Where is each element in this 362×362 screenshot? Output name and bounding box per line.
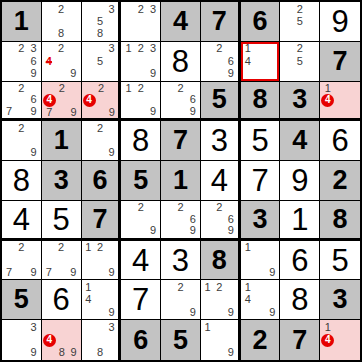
pencil-marks: 2479 <box>43 83 80 118</box>
candidate-2: 2 <box>213 281 225 293</box>
solved-digit: 4 <box>211 165 228 196</box>
given-digit: 7 <box>92 206 107 233</box>
candidate-9: 9 <box>68 107 80 118</box>
pencil-marks: 14 <box>321 83 359 118</box>
candidate-1: 1 <box>242 242 254 254</box>
pencil-marks: 29 <box>162 281 199 318</box>
candidate-7: 7 <box>43 107 56 118</box>
cell-r8c9[interactable]: 3 <box>320 280 360 320</box>
cell-r5c3[interactable]: 6 <box>82 161 122 201</box>
given-digit: 6 <box>92 167 107 194</box>
candidate-3: 3 <box>28 321 40 334</box>
candidate-9: 9 <box>28 346 40 359</box>
cell-r1c8[interactable]: 25 <box>280 2 320 42</box>
given-digit: 6 <box>253 8 268 35</box>
given-digit: 1 <box>14 8 29 35</box>
circled-candidate-4: 4 <box>43 94 56 107</box>
pencil-marks: 19 <box>202 321 237 359</box>
candidate-5: 5 <box>94 15 106 27</box>
circled-candidate-4: 4 <box>43 334 56 347</box>
solved-digit: 8 <box>172 46 189 77</box>
circled-candidate-4: 4 <box>83 94 96 107</box>
candidate-8: 8 <box>56 347 68 359</box>
candidate-1: 1 <box>321 83 334 94</box>
pencil-marks: 19 <box>242 242 279 279</box>
given-digit: 7 <box>212 8 227 35</box>
cell-r7c2[interactable]: 279 <box>42 241 82 281</box>
circled-candidate-4: 4 <box>321 94 334 107</box>
solved-digit: 3 <box>172 245 189 276</box>
given-digit: 2 <box>333 167 348 194</box>
candidate-3: 3 <box>28 43 40 55</box>
cell-r6c7[interactable]: 3 <box>241 201 281 241</box>
candidate-4: 4 <box>242 55 254 67</box>
cell-r5c5[interactable]: 1 <box>161 161 201 201</box>
cell-r4c6[interactable]: 3 <box>201 121 241 161</box>
cell-r8c3[interactable]: 149 <box>82 280 122 320</box>
given-digit: 5 <box>133 167 148 194</box>
pencil-marks: 2369 <box>3 43 40 80</box>
cell-r3c4[interactable]: 129 <box>121 82 161 122</box>
pencil-marks: 25 <box>281 43 318 80</box>
cell-r1c7[interactable]: 6 <box>241 2 281 42</box>
cell-r1c3[interactable]: 358 <box>82 2 122 42</box>
pencil-marks: 129 <box>122 83 159 118</box>
solved-digit: 6 <box>291 245 308 276</box>
cell-r7c6[interactable]: 8 <box>201 241 241 281</box>
given-digit: 6 <box>133 327 148 354</box>
cell-r2c2[interactable]: 249 <box>42 42 82 82</box>
candidate-9: 9 <box>106 107 117 118</box>
pencil-marks: 249 <box>43 43 80 80</box>
candidate-9: 9 <box>187 106 199 118</box>
cell-r5c1[interactable]: 8 <box>2 161 42 201</box>
cell-r6c1[interactable]: 4 <box>2 201 42 241</box>
cell-r7c3[interactable]: 129 <box>82 241 122 281</box>
candidate-3: 3 <box>147 43 159 55</box>
cell-r7c9[interactable]: 5 <box>320 241 360 281</box>
candidate-2: 2 <box>294 3 306 15</box>
pencil-marks: 269 <box>202 43 237 80</box>
candidate-9: 9 <box>68 347 80 359</box>
candidate-9: 9 <box>106 306 118 318</box>
cell-r5c7[interactable]: 7 <box>241 161 281 201</box>
candidate-8: 8 <box>94 346 106 359</box>
candidate-9: 9 <box>147 67 159 79</box>
pencil-marks: 129 <box>202 281 237 318</box>
cell-r6c3[interactable]: 7 <box>82 201 122 241</box>
given-digit: 1 <box>173 167 188 194</box>
given-digit: 8 <box>333 206 348 233</box>
cell-r2c8[interactable]: 25 <box>280 42 320 82</box>
candidate-9: 9 <box>187 306 199 318</box>
cell-r2c7[interactable]: 14 <box>241 42 281 82</box>
cell-r7c5[interactable]: 3 <box>161 241 201 281</box>
pencil-marks: 2679 <box>3 83 40 118</box>
candidate-7: 7 <box>3 106 15 118</box>
candidate-2: 2 <box>174 83 186 95</box>
cell-r6c5[interactable]: 269 <box>161 201 201 241</box>
pencil-marks: 489 <box>43 321 80 359</box>
pencil-marks: 129 <box>83 242 118 279</box>
given-digit: 3 <box>292 86 307 113</box>
candidate-2: 2 <box>135 202 147 214</box>
cell-r9c1[interactable]: 39 <box>2 320 42 360</box>
candidate-slot-4: 4 <box>321 334 334 347</box>
cell-r5c6[interactable]: 4 <box>201 161 241 201</box>
given-digit: 1 <box>54 127 69 154</box>
candidate-9: 9 <box>147 225 159 237</box>
candidate-1: 1 <box>83 281 95 293</box>
pencil-marks: 14 <box>242 43 279 80</box>
candidate-1: 1 <box>122 43 134 55</box>
cell-r1c4[interactable]: 23 <box>121 2 161 42</box>
candidate-slot-4: 4 <box>43 94 56 107</box>
candidate-9: 9 <box>147 106 159 118</box>
given-digit: 2 <box>253 327 268 354</box>
cell-r3c1[interactable]: 2679 <box>2 82 42 122</box>
given-digit: 8 <box>212 247 227 274</box>
solved-digit: 8 <box>13 165 30 196</box>
cell-r5c2[interactable]: 3 <box>42 161 82 201</box>
cell-r8c1[interactable]: 5 <box>2 280 42 320</box>
solved-digit: 9 <box>291 165 308 196</box>
cell-r6c8[interactable]: 1 <box>280 201 320 241</box>
given-digit: 3 <box>253 206 268 233</box>
candidate-9: 9 <box>266 306 278 318</box>
cell-r7c4[interactable]: 4 <box>121 241 161 281</box>
candidate-6: 6 <box>187 94 199 106</box>
given-digit: 3 <box>333 286 348 313</box>
pencil-marks: 279 <box>3 242 40 279</box>
cell-r7c8[interactable]: 6 <box>280 241 320 281</box>
cell-r3c6[interactable]: 5 <box>201 82 241 122</box>
candidate-2: 2 <box>213 43 225 55</box>
cell-r9c2[interactable]: 489 <box>42 320 82 360</box>
candidate-2: 2 <box>55 3 67 15</box>
candidate-2: 2 <box>174 281 186 293</box>
cell-r2c1[interactable]: 2369 <box>2 42 42 82</box>
cell-r9c5[interactable]: 5 <box>161 320 201 360</box>
candidate-6: 6 <box>187 213 199 225</box>
candidate-2: 2 <box>15 43 27 55</box>
candidate-9: 9 <box>106 266 118 278</box>
pencil-marks: 249 <box>83 83 118 118</box>
cell-r9c6[interactable]: 19 <box>201 320 241 360</box>
given-digit: 4 <box>292 127 307 154</box>
given-digit: 7 <box>292 327 307 354</box>
pencil-marks: 279 <box>43 242 80 279</box>
candidate-9: 9 <box>225 306 237 318</box>
candidate-4: 4 <box>242 294 254 306</box>
cell-r2c5[interactable]: 8 <box>161 42 201 82</box>
cell-r4c9[interactable]: 6 <box>320 121 360 161</box>
pencil-marks: 358 <box>83 3 118 40</box>
candidate-2: 2 <box>96 83 107 94</box>
sudoku-board: 1283582347625923692493512398269142572679… <box>0 0 362 362</box>
solved-digit: 6 <box>53 284 70 315</box>
cell-r1c6[interactable]: 7 <box>201 2 241 42</box>
pencil-marks: 39 <box>3 321 40 359</box>
candidate-3: 3 <box>106 321 118 334</box>
solved-digit: 1 <box>291 204 308 235</box>
solved-digit: 4 <box>132 245 149 276</box>
cell-r4c1[interactable]: 29 <box>2 121 42 161</box>
pencil-marks: 29 <box>3 122 40 159</box>
cell-r2c3[interactable]: 35 <box>82 42 122 82</box>
solved-digit: 7 <box>132 284 149 315</box>
candidate-2: 2 <box>213 202 225 214</box>
cell-r2c6[interactable]: 269 <box>201 42 241 82</box>
pencil-marks: 35 <box>83 43 118 80</box>
cell-r7c7[interactable]: 19 <box>241 241 281 281</box>
pencil-marks: 269 <box>162 83 199 118</box>
candidate-7: 7 <box>43 266 55 278</box>
cell-r5c8[interactable]: 9 <box>280 161 320 201</box>
cell-r3c3[interactable]: 249 <box>82 82 122 122</box>
candidate-4: 4 <box>83 294 95 306</box>
cell-r3c2[interactable]: 2479 <box>42 82 82 122</box>
candidate-9: 9 <box>67 67 79 79</box>
cell-r7c1[interactable]: 279 <box>2 241 42 281</box>
candidate-1: 1 <box>242 43 254 55</box>
cell-r2c9[interactable]: 7 <box>320 42 360 82</box>
cell-r9c3[interactable]: 38 <box>82 320 122 360</box>
pencil-marks: 149 <box>83 281 118 318</box>
pencil-marks: 29 <box>122 202 159 237</box>
cell-r6c4[interactable]: 29 <box>121 201 161 241</box>
solved-digit: 9 <box>331 6 348 37</box>
candidate-3: 3 <box>106 3 118 15</box>
candidate-8: 8 <box>94 28 106 40</box>
cell-r1c5[interactable]: 4 <box>161 2 201 42</box>
candidate-2: 2 <box>55 43 67 55</box>
pencil-marks: 38 <box>83 321 118 359</box>
candidate-9: 9 <box>28 67 40 79</box>
candidate-slot-4: 4 <box>321 94 334 107</box>
cell-r4c8[interactable]: 4 <box>280 121 320 161</box>
cell-r9c9[interactable]: 14 <box>320 320 360 360</box>
candidate-9: 9 <box>67 266 79 278</box>
given-digit: 7 <box>333 48 348 75</box>
solved-digit: 7 <box>251 165 268 196</box>
candidate-7: 7 <box>3 266 15 278</box>
cell-r8c7[interactable]: 149 <box>241 280 281 320</box>
cell-r4c7[interactable]: 5 <box>241 121 281 161</box>
given-digit: 5 <box>14 286 29 313</box>
candidate-9: 9 <box>28 266 40 278</box>
pencil-marks: 29 <box>83 122 118 159</box>
candidate-9: 9 <box>266 266 278 278</box>
candidate-2: 2 <box>174 202 186 214</box>
candidate-2: 2 <box>94 122 106 134</box>
candidate-6: 6 <box>28 94 40 106</box>
candidate-5: 5 <box>294 15 306 27</box>
cell-r8c5[interactable]: 29 <box>161 280 201 320</box>
cell-r4c4[interactable]: 8 <box>121 121 161 161</box>
solved-digit: 6 <box>331 125 348 156</box>
candidate-1: 1 <box>202 321 214 334</box>
solved-digit: 5 <box>53 204 70 235</box>
given-digit: 7 <box>173 127 188 154</box>
cell-r9c8[interactable]: 7 <box>280 320 320 360</box>
cell-r8c8[interactable]: 8 <box>280 280 320 320</box>
candidate-9: 9 <box>28 106 40 118</box>
cell-r6c9[interactable]: 8 <box>320 201 360 241</box>
candidate-6: 6 <box>225 213 237 225</box>
solved-digit: 3 <box>211 125 228 156</box>
pencil-marks: 269 <box>202 202 237 237</box>
candidate-1: 1 <box>83 242 95 254</box>
cell-r2c4[interactable]: 1239 <box>121 42 161 82</box>
circled-candidate-4: 4 <box>321 334 334 347</box>
candidate-6: 6 <box>28 55 40 67</box>
cell-r1c2[interactable]: 28 <box>42 2 82 42</box>
candidate-1: 1 <box>242 281 254 293</box>
cell-r1c1[interactable]: 1 <box>2 2 42 42</box>
candidate-8: 8 <box>55 28 67 40</box>
cell-r3c5[interactable]: 269 <box>161 82 201 122</box>
candidate-slot-4: 4 <box>43 334 56 347</box>
cell-r8c6[interactable]: 129 <box>201 280 241 320</box>
cell-r6c6[interactable]: 269 <box>201 201 241 241</box>
solved-digit: 5 <box>331 245 348 276</box>
solved-digit: 8 <box>132 125 149 156</box>
pencil-marks: 1239 <box>122 43 159 80</box>
candidate-9: 9 <box>28 147 40 159</box>
candidate-2: 2 <box>15 242 27 254</box>
solved-digit: 4 <box>13 204 30 235</box>
cell-r4c3[interactable]: 29 <box>82 121 122 161</box>
pencil-marks: 269 <box>162 202 199 237</box>
pencil-marks: 23 <box>122 3 159 40</box>
candidate-5: 5 <box>294 55 306 67</box>
candidate-3: 3 <box>106 43 118 55</box>
candidate-1: 1 <box>122 83 134 95</box>
cell-r8c4[interactable]: 7 <box>121 280 161 320</box>
candidate-5: 5 <box>94 55 106 67</box>
cell-r3c9[interactable]: 14 <box>320 82 360 122</box>
candidate-1: 1 <box>202 281 214 293</box>
candidate-9: 9 <box>225 225 237 237</box>
eliminated-candidate-4: 4 <box>46 56 52 67</box>
pencil-marks: 25 <box>281 3 318 40</box>
cell-r8c2[interactable]: 6 <box>42 280 82 320</box>
cell-r4c2[interactable]: 1 <box>42 121 82 161</box>
given-digit: 5 <box>212 86 227 113</box>
given-digit: 8 <box>253 86 268 113</box>
candidate-slot-4: 4 <box>83 94 96 107</box>
candidate-2: 2 <box>55 242 67 254</box>
candidate-2: 2 <box>15 83 27 95</box>
candidate-9: 9 <box>187 225 199 237</box>
candidate-2: 2 <box>135 83 147 95</box>
cell-r9c7[interactable]: 2 <box>241 320 281 360</box>
cell-r1c9[interactable]: 9 <box>320 2 360 42</box>
candidate-2: 2 <box>135 3 147 15</box>
candidate-2: 2 <box>56 83 68 94</box>
cell-r4c5[interactable]: 7 <box>161 121 201 161</box>
cell-r5c4[interactable]: 5 <box>121 161 161 201</box>
cell-r3c7[interactable]: 8 <box>241 82 281 122</box>
solved-digit: 5 <box>251 125 268 156</box>
candidate-3: 3 <box>147 3 159 15</box>
cell-r3c8[interactable]: 3 <box>280 82 320 122</box>
candidate-9: 9 <box>106 147 118 159</box>
candidate-2: 2 <box>294 43 306 55</box>
pencil-marks: 28 <box>43 3 80 40</box>
candidate-1: 1 <box>321 321 334 333</box>
candidate-2: 2 <box>135 43 147 55</box>
candidate-2: 2 <box>15 122 27 134</box>
cell-r6c2[interactable]: 5 <box>42 201 82 241</box>
candidate-9: 9 <box>225 67 237 79</box>
given-digit: 4 <box>173 8 188 35</box>
given-digit: 3 <box>54 167 69 194</box>
candidate-2: 2 <box>94 242 106 254</box>
pencil-marks: 14 <box>321 321 359 359</box>
candidate-slot-4: 4 <box>43 55 55 67</box>
given-digit: 5 <box>173 327 188 354</box>
candidate-6: 6 <box>225 55 237 67</box>
candidate-9: 9 <box>225 346 237 359</box>
cell-r9c4[interactable]: 6 <box>121 320 161 360</box>
solved-digit: 8 <box>291 284 308 315</box>
cell-r5c9[interactable]: 2 <box>320 161 360 201</box>
pencil-marks: 149 <box>242 281 279 318</box>
